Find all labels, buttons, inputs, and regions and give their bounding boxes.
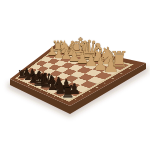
pieces-layer: ♜♞♝♟♚♟♛♟♟♝♟♞♟♜♟♟♟♟♜♟♞♟♝♟♚♟♛♟♝♟♞♜	[0, 0, 150, 150]
black-knight-g8: ♞	[22, 69, 34, 82]
black-bishop-f8: ♝	[27, 70, 40, 85]
black-pawn-e7: ♟	[40, 72, 50, 83]
white-pawn-b2: ♟	[93, 55, 108, 72]
black-pawn-f7: ♟	[34, 70, 43, 81]
white-knight-b1: ♞	[98, 44, 119, 68]
white-king-e1: ♚	[69, 35, 93, 62]
black-pawn-c7: ♟	[53, 77, 64, 90]
white-pawn-e2: ♟	[68, 50, 80, 64]
white-rook-h1: ♜	[51, 40, 63, 54]
white-pawn-f2: ♟	[61, 49, 72, 62]
white-pawn-d2: ♟	[76, 52, 89, 67]
white-rook-a1: ♜	[109, 48, 129, 70]
white-pawn-c2: ♟	[84, 53, 98, 69]
black-pawn-g7: ♟	[28, 69, 37, 79]
white-pawn-g2: ♟	[54, 48, 65, 60]
black-rook-h8: ♜	[17, 69, 27, 80]
black-pawn-b7: ♟	[60, 79, 72, 92]
white-bishop-c1: ♝	[88, 42, 110, 66]
chess-set-photo: ♜♞♝♟♚♟♛♟♟♝♟♞♟♜♟♟♟♟♜♟♞♟♝♟♚♟♛♟♝♟♞♜	[0, 0, 150, 150]
black-queen-d8: ♛	[37, 71, 55, 91]
black-pawn-a7: ♟	[68, 81, 81, 95]
black-knight-b8: ♞	[52, 79, 68, 96]
white-queen-d1: ♛	[77, 37, 101, 63]
black-pawn-h7: ♟	[23, 67, 31, 76]
white-bishop-f1: ♝	[64, 39, 82, 59]
white-pawn-a2: ♟	[103, 57, 119, 75]
black-pawn-d7: ♟	[46, 74, 57, 86]
black-rook-a8: ♜	[61, 84, 75, 100]
black-king-e8: ♚	[30, 68, 48, 88]
black-bishop-c8: ♝	[45, 76, 61, 94]
white-pawn-h2: ♟	[47, 46, 57, 57]
white-knight-g1: ♞	[57, 39, 72, 56]
